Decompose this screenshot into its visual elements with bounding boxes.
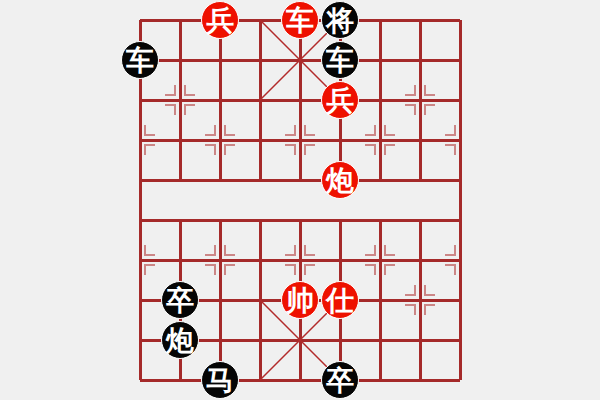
piece-glyph: 仕 bbox=[326, 287, 354, 315]
piece-glyph: 车 bbox=[326, 47, 354, 75]
black-soldier[interactable]: 卒 bbox=[321, 361, 359, 399]
black-chariot[interactable]: 车 bbox=[321, 41, 359, 79]
piece-glyph: 车 bbox=[286, 7, 314, 35]
black-soldier[interactable]: 卒 bbox=[161, 281, 199, 319]
red-advisor[interactable]: 仕 bbox=[321, 281, 359, 319]
xiangqi-board: 兵车将车车兵炮卒帅仕炮马卒 bbox=[0, 0, 600, 400]
piece-glyph: 兵 bbox=[326, 87, 354, 115]
red-soldier[interactable]: 兵 bbox=[201, 1, 239, 39]
piece-glyph: 炮 bbox=[326, 167, 354, 195]
piece-glyph: 卒 bbox=[326, 367, 354, 395]
black-chariot[interactable]: 车 bbox=[121, 41, 159, 79]
piece-glyph: 炮 bbox=[166, 327, 194, 355]
piece-glyph: 车 bbox=[126, 47, 154, 75]
piece-glyph: 兵 bbox=[206, 7, 234, 35]
black-general[interactable]: 将 bbox=[321, 1, 359, 39]
piece-glyph: 帅 bbox=[286, 287, 314, 315]
piece-glyph: 将 bbox=[326, 7, 354, 35]
red-chariot[interactable]: 车 bbox=[281, 1, 319, 39]
black-horse[interactable]: 马 bbox=[201, 361, 239, 399]
pieces-layer: 兵车将车车兵炮卒帅仕炮马卒 bbox=[120, 0, 480, 400]
red-general[interactable]: 帅 bbox=[281, 281, 319, 319]
red-soldier[interactable]: 兵 bbox=[321, 81, 359, 119]
black-cannon[interactable]: 炮 bbox=[161, 321, 199, 359]
piece-glyph: 卒 bbox=[166, 287, 194, 315]
piece-glyph: 马 bbox=[206, 367, 234, 395]
red-cannon[interactable]: 炮 bbox=[321, 161, 359, 199]
